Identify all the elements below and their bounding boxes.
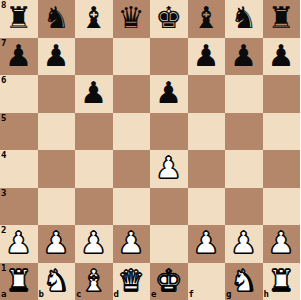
white-pawn-f2[interactable]: ♟: [193, 225, 220, 262]
white-bishop-c1[interactable]: ♝: [80, 263, 107, 300]
white-knight-g1[interactable]: ♞: [230, 263, 257, 300]
black-pawn-f7[interactable]: ♟: [193, 38, 220, 75]
square-d4[interactable]: [113, 150, 151, 188]
square-f4[interactable]: [188, 150, 226, 188]
chess-board: ♜♞♝♛♚♝♞♜♟♟♟♟♟♟♟♟♟♟♟♟♟♟♟♜♞♝♛♚♞♜87654321ab…: [0, 0, 300, 300]
square-d3[interactable]: [113, 188, 151, 226]
file-label-g: g: [226, 290, 231, 299]
white-pawn-h2[interactable]: ♟: [268, 225, 295, 262]
square-d5[interactable]: [113, 113, 151, 151]
square-h3[interactable]: [263, 188, 301, 226]
square-d8[interactable]: ♛: [113, 0, 151, 38]
white-pawn-b2[interactable]: ♟: [43, 225, 70, 262]
square-c7[interactable]: [75, 38, 113, 76]
file-label-d: d: [114, 290, 119, 299]
black-queen-d8[interactable]: ♛: [118, 0, 145, 37]
square-d6[interactable]: [113, 75, 151, 113]
square-g8[interactable]: ♞: [225, 0, 263, 38]
square-h5[interactable]: [263, 113, 301, 151]
white-pawn-c2[interactable]: ♟: [80, 225, 107, 262]
square-b5[interactable]: [38, 113, 76, 151]
rank-label-8: 8: [1, 1, 6, 10]
square-e8[interactable]: ♚: [150, 0, 188, 38]
rank-label-1: 1: [1, 264, 6, 273]
square-h6[interactable]: [263, 75, 301, 113]
white-pawn-a2[interactable]: ♟: [5, 225, 32, 262]
black-pawn-c6[interactable]: ♟: [80, 75, 107, 112]
white-knight-b1[interactable]: ♞: [43, 263, 70, 300]
white-pawn-d2[interactable]: ♟: [118, 225, 145, 262]
square-b4[interactable]: [38, 150, 76, 188]
white-rook-h1[interactable]: ♜: [268, 263, 295, 300]
rank-label-7: 7: [1, 39, 6, 48]
square-g2[interactable]: ♟: [225, 225, 263, 263]
rank-label-3: 3: [1, 189, 6, 198]
rank-label-2: 2: [1, 226, 6, 235]
black-rook-h8[interactable]: ♜: [268, 0, 295, 37]
square-h4[interactable]: [263, 150, 301, 188]
square-f2[interactable]: ♟: [188, 225, 226, 263]
square-g4[interactable]: [225, 150, 263, 188]
square-c6[interactable]: ♟: [75, 75, 113, 113]
rank-label-5: 5: [1, 114, 6, 123]
square-c2[interactable]: ♟: [75, 225, 113, 263]
black-bishop-c8[interactable]: ♝: [80, 0, 107, 37]
square-f3[interactable]: [188, 188, 226, 226]
square-g5[interactable]: [225, 113, 263, 151]
square-b6[interactable]: [38, 75, 76, 113]
white-king-e1[interactable]: ♚: [155, 263, 182, 300]
square-f6[interactable]: [188, 75, 226, 113]
white-pawn-e4[interactable]: ♟: [155, 150, 182, 187]
square-c5[interactable]: [75, 113, 113, 151]
file-label-a: a: [1, 290, 6, 299]
square-d7[interactable]: [113, 38, 151, 76]
square-b7[interactable]: ♟: [38, 38, 76, 76]
black-pawn-g7[interactable]: ♟: [230, 38, 257, 75]
square-c3[interactable]: [75, 188, 113, 226]
black-knight-g8[interactable]: ♞: [230, 0, 257, 37]
square-h2[interactable]: ♟: [263, 225, 301, 263]
square-e6[interactable]: ♟: [150, 75, 188, 113]
square-g6[interactable]: [225, 75, 263, 113]
black-pawn-e6[interactable]: ♟: [155, 75, 182, 112]
black-bishop-f8[interactable]: ♝: [193, 0, 220, 37]
square-b3[interactable]: [38, 188, 76, 226]
black-rook-a8[interactable]: ♜: [5, 0, 32, 37]
square-g3[interactable]: [225, 188, 263, 226]
black-king-e8[interactable]: ♚: [155, 0, 182, 37]
white-pawn-g2[interactable]: ♟: [230, 225, 257, 262]
square-e2[interactable]: [150, 225, 188, 263]
square-e7[interactable]: [150, 38, 188, 76]
file-label-h: h: [264, 290, 269, 299]
square-c4[interactable]: [75, 150, 113, 188]
square-e4[interactable]: ♟: [150, 150, 188, 188]
file-label-f: f: [189, 290, 194, 299]
rank-label-4: 4: [1, 151, 6, 160]
square-b8[interactable]: ♞: [38, 0, 76, 38]
black-pawn-b7[interactable]: ♟: [43, 38, 70, 75]
file-label-e: e: [151, 290, 156, 299]
file-label-c: c: [76, 290, 81, 299]
square-h7[interactable]: ♟: [263, 38, 301, 76]
square-e3[interactable]: [150, 188, 188, 226]
square-f8[interactable]: ♝: [188, 0, 226, 38]
white-queen-d1[interactable]: ♛: [118, 263, 145, 300]
file-label-b: b: [39, 290, 44, 299]
black-pawn-h7[interactable]: ♟: [268, 38, 295, 75]
black-pawn-a7[interactable]: ♟: [5, 38, 32, 75]
square-f7[interactable]: ♟: [188, 38, 226, 76]
square-f5[interactable]: [188, 113, 226, 151]
square-b2[interactable]: ♟: [38, 225, 76, 263]
square-c8[interactable]: ♝: [75, 0, 113, 38]
rank-label-6: 6: [1, 76, 6, 85]
square-h8[interactable]: ♜: [263, 0, 301, 38]
white-rook-a1[interactable]: ♜: [5, 263, 32, 300]
square-g7[interactable]: ♟: [225, 38, 263, 76]
square-d2[interactable]: ♟: [113, 225, 151, 263]
black-knight-b8[interactable]: ♞: [43, 0, 70, 37]
square-e5[interactable]: [150, 113, 188, 151]
